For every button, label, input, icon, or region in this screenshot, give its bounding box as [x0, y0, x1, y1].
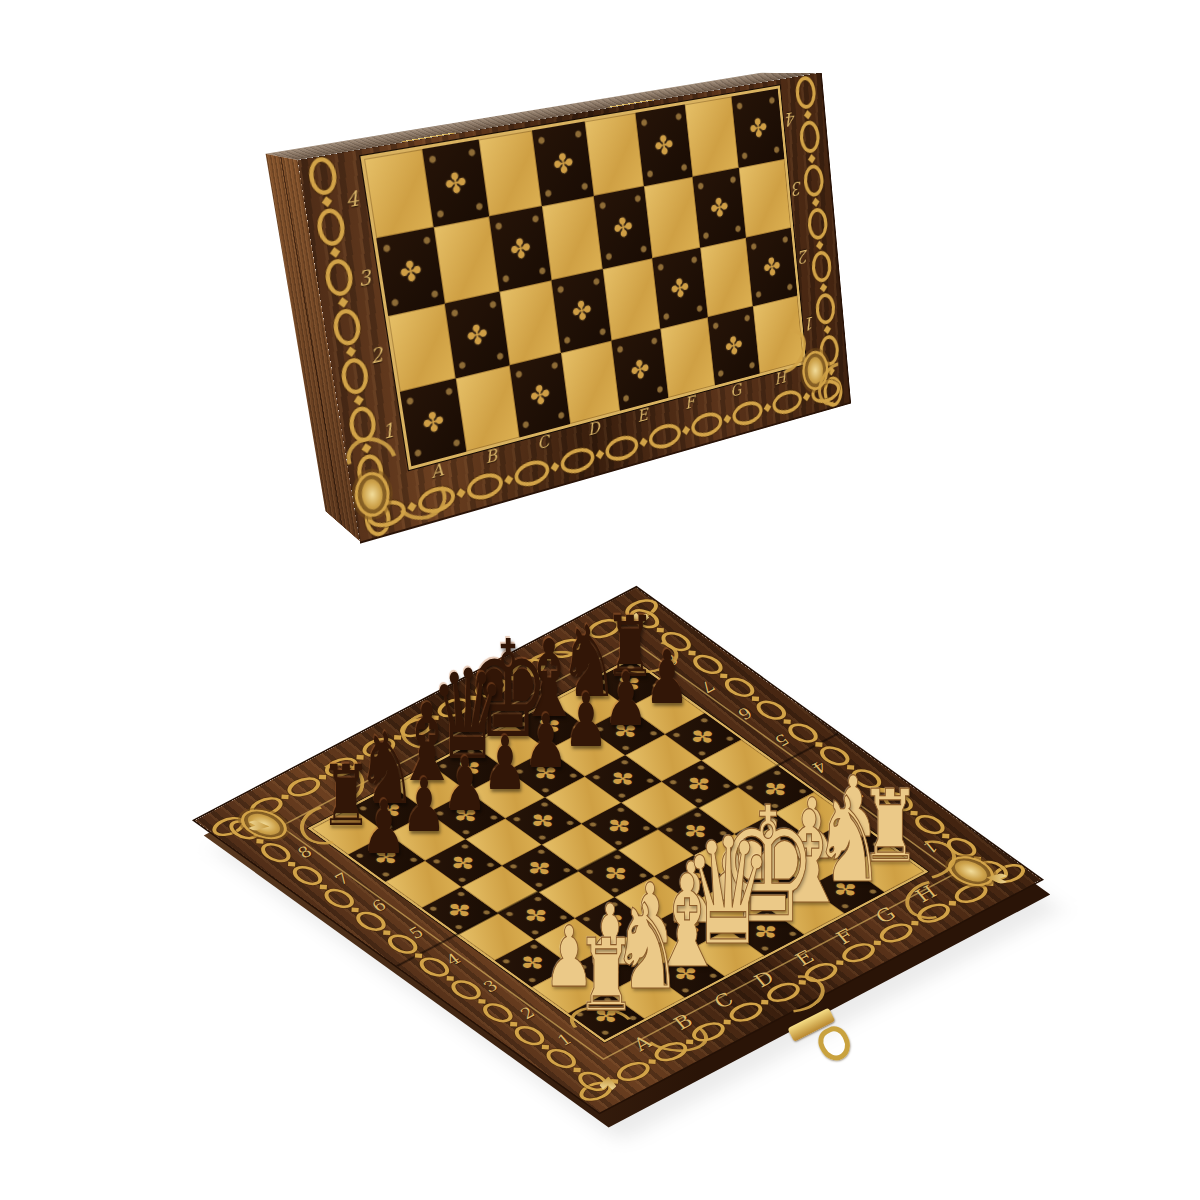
floral-ornament-icon: ✤ — [367, 845, 406, 869]
chain-pin — [648, 1059, 655, 1064]
chain-pin — [356, 755, 363, 760]
closedbox-file-label: G — [729, 380, 742, 401]
closedbox-square-e4 — [585, 113, 644, 196]
closedbox-file-label: A — [430, 459, 445, 482]
closedbox-rank-label: 4 — [344, 186, 360, 212]
chain-pin — [873, 940, 880, 945]
closedbox-square-a1: ✤ — [400, 378, 466, 466]
chain-link — [690, 409, 723, 440]
closedbox-square-h3 — [739, 159, 791, 238]
chain-pin — [816, 240, 824, 249]
chain-pin — [656, 628, 663, 633]
chain-pin — [573, 1067, 580, 1072]
chain-pin — [506, 676, 513, 681]
chain-pin — [281, 794, 288, 799]
swirl-ornament — [392, 475, 450, 522]
chain-pin — [820, 283, 827, 292]
floral-ornament-icon: ✤ — [421, 407, 446, 438]
floral-ornament-icon: ✤ — [552, 149, 575, 179]
chain-pin — [812, 197, 820, 206]
chain-pin — [319, 885, 326, 890]
floral-ornament-icon: ✤ — [465, 320, 489, 351]
closedbox-file-label: B — [484, 445, 498, 468]
chain-pin — [596, 449, 605, 458]
closedbox-square-g2 — [700, 238, 753, 318]
floral-ornament-icon: ✤ — [629, 355, 650, 384]
closedbox-square-b3 — [433, 216, 499, 303]
chain-link — [513, 456, 551, 489]
closedbox-square-e3: ✤ — [594, 186, 652, 269]
floral-ornament-icon: ✤ — [653, 131, 675, 160]
floral-ornament-icon: ✤ — [597, 862, 636, 886]
floral-ornament-icon: ✤ — [451, 756, 490, 780]
floral-ornament-icon: ✤ — [709, 193, 729, 221]
chain-pin — [354, 395, 364, 405]
closedbox-square-d1 — [561, 341, 620, 424]
floral-ornament-icon: ✤ — [827, 878, 866, 902]
floral-ornament-icon: ✤ — [371, 798, 410, 822]
chain-link — [815, 291, 837, 326]
closedbox-square-g1: ✤ — [707, 306, 760, 385]
chain-pin — [414, 953, 421, 958]
closedbox-file-label: E — [636, 405, 649, 426]
floral-ornament-icon: ✤ — [600, 814, 639, 838]
closedbox-file-label: F — [684, 392, 696, 413]
chain-pin — [256, 839, 263, 844]
closedbox-square-g4 — [684, 96, 739, 176]
closedbox-square-d4: ✤ — [532, 121, 593, 206]
chain-pin — [478, 999, 485, 1004]
floral-ornament-icon: ✤ — [762, 253, 781, 281]
chain-pin — [688, 651, 695, 656]
chain-link — [803, 162, 825, 197]
chain-pin — [407, 501, 417, 511]
chain-pin — [783, 719, 790, 724]
closedbox-file-label: C — [536, 431, 550, 453]
closedbox-square-c2 — [499, 280, 561, 365]
chain-pin — [803, 392, 810, 401]
floral-ornament-icon: ✤ — [673, 867, 712, 891]
chain-link — [366, 496, 408, 531]
closedbox-rank-label-rotated: 1 — [805, 313, 816, 335]
floral-ornament-icon: ✤ — [530, 714, 569, 738]
chain-pin — [764, 403, 772, 412]
closed-box: ✤✤✤✤✤✤✤✤✤✤✤✤✤✤✤✤ 43214321ABCDEFGH — [318, 112, 888, 476]
closedbox-square-b2: ✤ — [445, 292, 510, 379]
closedbox-square-f2: ✤ — [652, 248, 707, 329]
floral-ornament-icon: ✤ — [398, 256, 424, 288]
chain-link — [362, 498, 392, 539]
chain-pin — [468, 695, 475, 700]
floral-ornament-icon: ✤ — [441, 898, 480, 922]
closedbox-square-c1: ✤ — [509, 353, 570, 438]
chain-pin — [287, 862, 294, 867]
floral-ornament-icon: ✤ — [748, 114, 768, 142]
floral-ornament-icon: ✤ — [612, 213, 634, 242]
chain-link — [347, 403, 378, 444]
closedbox-square-f4: ✤ — [635, 105, 692, 187]
floral-ornament-icon: ✤ — [667, 962, 706, 986]
chain-pin — [338, 297, 348, 307]
closedbox-file-label: D — [587, 417, 601, 439]
closedbox-square-c3: ✤ — [489, 206, 552, 292]
chain-pin — [509, 1022, 516, 1027]
chain-pin — [456, 488, 465, 498]
chain-pin — [639, 437, 647, 446]
closedbox-square-b1 — [455, 365, 519, 451]
floral-ornament-icon: ✤ — [670, 914, 709, 938]
chain-pin — [751, 696, 758, 701]
chain-link — [416, 482, 456, 517]
floral-ornament-icon: ✤ — [514, 951, 553, 975]
floral-ornament-icon: ✤ — [509, 234, 533, 264]
chain-link — [794, 74, 816, 110]
product-photo-stage: ✤✤✤✤✤✤✤✤✤✤✤✤✤✤✤✤ 43214321ABCDEFGH ✤✤✤✤✤✤… — [0, 0, 1200, 1200]
floral-ornament-icon: ✤ — [724, 332, 744, 360]
floral-ornament-icon: ✤ — [607, 719, 646, 743]
chain-pin — [808, 154, 816, 163]
closedbox-square-a3: ✤ — [376, 227, 444, 316]
floral-ornament-icon: ✤ — [669, 274, 690, 303]
closedbox-square-b4: ✤ — [422, 140, 489, 228]
chain-pin — [351, 907, 358, 912]
chain-pin — [618, 616, 625, 621]
closedbox-rank-label-rotated: 4 — [785, 108, 796, 131]
floral-ornament-icon: ✤ — [677, 819, 716, 843]
chain-pin — [369, 490, 379, 500]
chain-link — [306, 155, 339, 197]
closedbox-square-d2: ✤ — [552, 269, 612, 353]
closedbox-square-h2: ✤ — [746, 228, 797, 306]
chain-link — [799, 119, 821, 155]
open-chessboard-surface: ✤✤✤✤✤✤✤✤✤✤✤✤✤✤✤✤✤✤✤✤✤✤✤✤✤✤✤✤✤✤✤✤ 8765432… — [195, 588, 1041, 1113]
chain-link — [331, 306, 363, 347]
chain-pin — [382, 930, 389, 935]
floral-ornament-icon: ✤ — [447, 803, 486, 827]
chain-pin — [878, 788, 885, 793]
chain-pin — [719, 673, 726, 678]
closedbox-square-c4 — [478, 130, 542, 216]
floral-ornament-icon: ✤ — [517, 904, 556, 928]
chain-link — [731, 398, 763, 429]
closedbox-rank-label: 3 — [356, 265, 372, 291]
chain-pin — [835, 960, 842, 965]
floral-ornament-icon: ✤ — [610, 672, 649, 696]
floral-ornament-icon: ✤ — [680, 772, 719, 796]
closedbox-square-f1 — [660, 317, 715, 398]
chain-pin — [723, 414, 731, 423]
chain-pin — [346, 346, 356, 356]
closedbox-square-g3: ✤ — [692, 168, 746, 248]
chain-link — [323, 256, 355, 298]
chain-link — [355, 451, 386, 492]
chain-pin — [846, 765, 853, 770]
chain-pin — [446, 976, 453, 981]
floral-ornament-icon: ✤ — [444, 851, 483, 875]
chain-pin — [330, 247, 340, 258]
chain-pin — [322, 196, 333, 207]
chain-link — [648, 420, 682, 452]
chain-link — [315, 206, 347, 248]
chain-pin — [682, 425, 690, 434]
closedbox-square-a2 — [388, 304, 455, 392]
closedbox-square-f3 — [644, 177, 700, 258]
closedbox-rank-label: 2 — [368, 342, 384, 368]
floral-ornament-icon: ✤ — [747, 920, 786, 944]
chain-pin — [361, 443, 371, 453]
floral-ornament-icon: ✤ — [604, 767, 643, 791]
floral-ornament-icon: ✤ — [529, 380, 552, 410]
chain-pin — [815, 742, 822, 747]
chain-pin — [551, 462, 560, 471]
chain-pin — [911, 921, 918, 926]
closedbox-square-h4: ✤ — [732, 89, 785, 168]
floral-ornament-icon: ✤ — [753, 825, 792, 849]
floral-ornament-icon: ✤ — [443, 168, 468, 199]
chain-link — [339, 355, 370, 396]
closedbox-rank-label-rotated: 2 — [798, 246, 809, 268]
chain-link — [604, 432, 639, 464]
floral-ornament-icon: ✤ — [571, 296, 594, 326]
closedbox-rank-label: 1 — [380, 418, 396, 443]
closedbox-square-a4 — [364, 149, 433, 238]
medallion-ornament — [352, 468, 393, 521]
closedbox-rank-label-rotated: 3 — [792, 177, 803, 199]
chain-link — [771, 387, 802, 417]
floral-ornament-icon: ✤ — [520, 856, 559, 880]
chain-pin — [804, 110, 812, 119]
floral-ornament-icon: ✤ — [683, 725, 722, 749]
chain-link — [811, 249, 833, 284]
chain-link — [465, 469, 504, 503]
closedbox-square-e2 — [603, 258, 660, 340]
closed-box-3d: ✤✤✤✤✤✤✤✤✤✤✤✤✤✤✤✤ 43214321ABCDEFGH — [298, 73, 850, 542]
chain-pin — [824, 325, 831, 334]
chain-pin — [393, 735, 400, 740]
floral-ornament-icon: ✤ — [524, 809, 563, 833]
chain-link — [559, 444, 596, 477]
floral-ornament-icon: ✤ — [750, 872, 789, 896]
closedbox-square-e1: ✤ — [611, 329, 668, 411]
chain-link — [807, 206, 829, 241]
floral-ornament-icon: ✤ — [590, 956, 629, 980]
floral-ornament-icon: ✤ — [830, 830, 869, 854]
chain-pin — [504, 475, 513, 484]
chain-pin — [723, 1020, 730, 1025]
floral-ornament-icon: ✤ — [594, 909, 633, 933]
chain-pin — [541, 1045, 548, 1050]
chain-pin — [941, 834, 948, 839]
chain-pin — [910, 811, 917, 816]
floral-ornament-icon: ✤ — [527, 761, 566, 785]
floral-ornament-icon: ✤ — [757, 777, 796, 801]
closedbox-square-d3 — [542, 196, 603, 280]
chain-pin — [581, 636, 588, 641]
